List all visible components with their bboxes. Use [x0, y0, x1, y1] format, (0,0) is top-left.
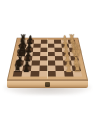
chess-board: ♜♟♟♜♞♟♟♞♝♟♟♝♛♟♟♛♚♟♟♚♝♟♟♝♞♟♟♞♜♟♟♜ — [7, 38, 88, 80]
square-h6 — [30, 71, 39, 77]
square-h1 — [73, 71, 83, 77]
board-front-edge — [7, 80, 88, 88]
board-clasp-icon — [45, 82, 50, 87]
board-fold-seam — [47, 39, 48, 79]
square-h4 — [48, 71, 57, 77]
board-scene: ♜♟♟♜♞♟♟♞♝♟♟♝♛♟♟♛♚♟♟♚♝♟♟♝♞♟♟♞♜♟♟♜ — [7, 32, 88, 92]
chess-set-photo: ♜♟♟♜♞♟♟♞♝♟♟♝♛♟♟♛♚♟♟♚♝♟♟♝♞♟♟♞♜♟♟♜ — [0, 0, 95, 126]
